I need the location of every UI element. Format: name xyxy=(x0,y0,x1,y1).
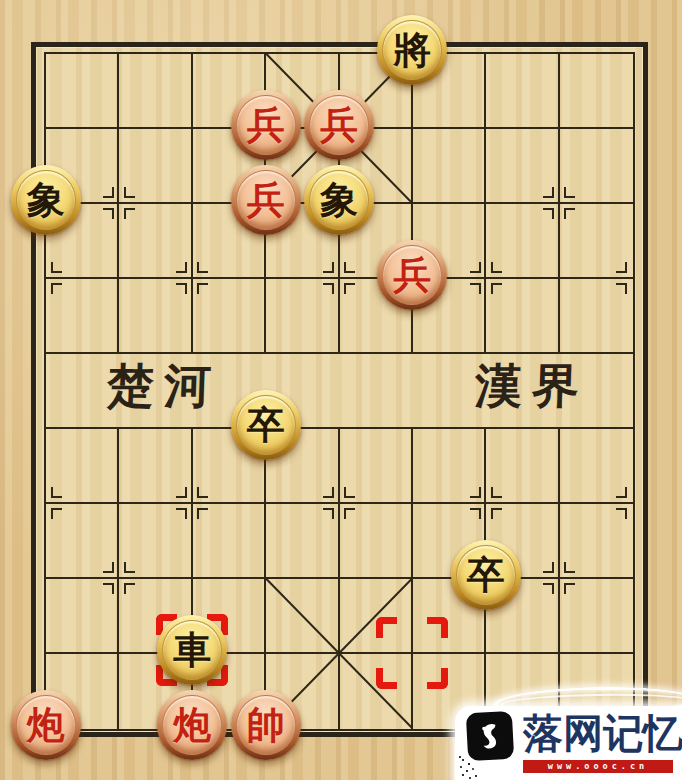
piece-glyph: 兵 xyxy=(393,256,431,294)
board-cell[interactable] xyxy=(340,354,413,429)
piece-red-cannon[interactable]: 炮 xyxy=(157,690,227,760)
piece-red-soldier[interactable]: 兵 xyxy=(231,90,301,160)
piece-glyph: 卒 xyxy=(247,406,285,444)
piece-red-soldier[interactable]: 兵 xyxy=(231,165,301,235)
board-cell[interactable] xyxy=(560,54,633,129)
watermark-speckles xyxy=(459,756,461,758)
piece-red-cannon[interactable]: 炮 xyxy=(11,690,81,760)
piece-black-soldier[interactable]: 卒 xyxy=(231,390,301,460)
piece-red-soldier[interactable]: 兵 xyxy=(304,90,374,160)
piece-red-general[interactable]: 帥 xyxy=(231,690,301,760)
board-cell[interactable] xyxy=(266,579,339,654)
watermark-url[interactable]: www.oooc.cn xyxy=(523,760,673,773)
board-cell[interactable] xyxy=(486,654,559,729)
board-cell[interactable] xyxy=(413,129,486,204)
piece-glyph: 炮 xyxy=(173,706,211,744)
river-label-han-jie: 漢界 xyxy=(474,360,590,412)
board-cell[interactable] xyxy=(340,654,413,729)
piece-glyph: 炮 xyxy=(27,706,65,744)
piece-glyph: 象 xyxy=(320,181,358,219)
board-cell[interactable] xyxy=(560,654,633,729)
piece-black-soldier[interactable]: 卒 xyxy=(451,540,521,610)
piece-glyph: 卒 xyxy=(467,556,505,594)
piece-glyph: 象 xyxy=(27,181,65,219)
piece-glyph: 兵 xyxy=(320,106,358,144)
river-label-chu-he: 楚河 xyxy=(106,360,222,412)
piece-glyph: 將 xyxy=(393,31,431,69)
piece-glyph: 帥 xyxy=(247,706,285,744)
piece-black-elephant[interactable]: 象 xyxy=(304,165,374,235)
piece-glyph: 兵 xyxy=(247,181,285,219)
board-cell[interactable] xyxy=(340,579,413,654)
board-cell[interactable] xyxy=(486,54,559,129)
board-cell[interactable] xyxy=(119,54,192,129)
board-cell[interactable] xyxy=(413,654,486,729)
piece-glyph: 車 xyxy=(173,631,211,669)
piece-glyph: 兵 xyxy=(247,106,285,144)
piece-black-elephant[interactable]: 象 xyxy=(11,165,81,235)
board-cell[interactable] xyxy=(46,54,119,129)
xiangqi-app-screen: 楚河 漢界 將兵兵象兵象兵卒卒車炮炮帥 落网记忆 www.oooc.cn xyxy=(0,0,682,780)
